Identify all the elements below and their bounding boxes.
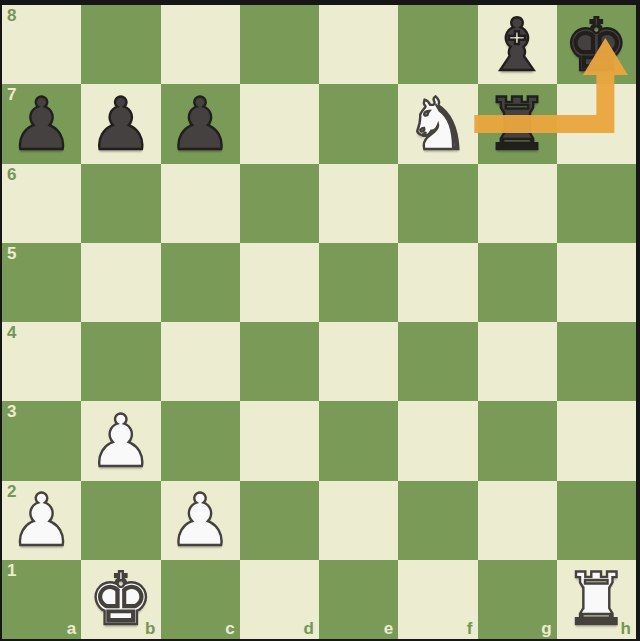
- square-h4[interactable]: [557, 322, 636, 401]
- square-b2[interactable]: [81, 481, 160, 560]
- rank-label-8: 8: [7, 7, 16, 24]
- square-d2[interactable]: [240, 481, 319, 560]
- square-e4[interactable]: [319, 322, 398, 401]
- square-c8[interactable]: [161, 5, 240, 84]
- square-g8[interactable]: ♝: [478, 5, 557, 84]
- square-g6[interactable]: [478, 164, 557, 243]
- white-pawn[interactable]: ♟: [81, 401, 160, 480]
- square-e7[interactable]: [319, 84, 398, 163]
- square-d5[interactable]: [240, 243, 319, 322]
- square-f2[interactable]: [398, 481, 477, 560]
- square-h8[interactable]: ♚: [557, 5, 636, 84]
- square-c5[interactable]: [161, 243, 240, 322]
- black-king[interactable]: ♚: [557, 5, 636, 84]
- square-c1[interactable]: c: [161, 560, 240, 639]
- white-knight[interactable]: ♞: [398, 84, 477, 163]
- square-g5[interactable]: [478, 243, 557, 322]
- file-label-f: f: [467, 620, 473, 637]
- file-label-e: e: [384, 620, 393, 637]
- black-pawn[interactable]: ♟: [2, 84, 81, 163]
- square-b8[interactable]: [81, 5, 160, 84]
- rank-label-4: 4: [7, 324, 16, 341]
- white-pawn[interactable]: ♟: [161, 481, 240, 560]
- square-c6[interactable]: [161, 164, 240, 243]
- rank-label-5: 5: [7, 245, 16, 262]
- white-rook[interactable]: ♜: [557, 560, 636, 639]
- square-b5[interactable]: [81, 243, 160, 322]
- square-a6[interactable]: 6: [2, 164, 81, 243]
- square-d7[interactable]: [240, 84, 319, 163]
- square-g1[interactable]: g: [478, 560, 557, 639]
- square-f8[interactable]: [398, 5, 477, 84]
- square-e1[interactable]: e: [319, 560, 398, 639]
- square-a2[interactable]: 2♟: [2, 481, 81, 560]
- square-d8[interactable]: [240, 5, 319, 84]
- square-a4[interactable]: 4: [2, 322, 81, 401]
- square-e6[interactable]: [319, 164, 398, 243]
- square-b1[interactable]: b♚: [81, 560, 160, 639]
- square-f1[interactable]: f: [398, 560, 477, 639]
- square-b6[interactable]: [81, 164, 160, 243]
- square-h2[interactable]: [557, 481, 636, 560]
- square-f4[interactable]: [398, 322, 477, 401]
- file-label-a: a: [67, 620, 76, 637]
- white-pawn[interactable]: ♟: [2, 481, 81, 560]
- square-g2[interactable]: [478, 481, 557, 560]
- square-e8[interactable]: [319, 5, 398, 84]
- square-a3[interactable]: 3: [2, 401, 81, 480]
- square-b4[interactable]: [81, 322, 160, 401]
- square-h3[interactable]: [557, 401, 636, 480]
- square-f6[interactable]: [398, 164, 477, 243]
- black-rook[interactable]: ♜: [478, 84, 557, 163]
- square-d4[interactable]: [240, 322, 319, 401]
- square-b7[interactable]: ♟: [81, 84, 160, 163]
- square-f5[interactable]: [398, 243, 477, 322]
- square-f7[interactable]: ♞: [398, 84, 477, 163]
- square-g4[interactable]: [478, 322, 557, 401]
- file-label-d: d: [304, 620, 314, 637]
- square-d6[interactable]: [240, 164, 319, 243]
- black-pawn[interactable]: ♟: [161, 84, 240, 163]
- rank-label-6: 6: [7, 166, 16, 183]
- rank-label-1: 1: [7, 562, 16, 579]
- square-e3[interactable]: [319, 401, 398, 480]
- white-king[interactable]: ♚: [81, 560, 160, 639]
- square-h7[interactable]: [557, 84, 636, 163]
- square-a5[interactable]: 5: [2, 243, 81, 322]
- black-pawn[interactable]: ♟: [81, 84, 160, 163]
- square-c4[interactable]: [161, 322, 240, 401]
- rank-label-3: 3: [7, 403, 16, 420]
- square-d3[interactable]: [240, 401, 319, 480]
- square-a7[interactable]: 7♟: [2, 84, 81, 163]
- square-g3[interactable]: [478, 401, 557, 480]
- square-e5[interactable]: [319, 243, 398, 322]
- square-c3[interactable]: [161, 401, 240, 480]
- square-e2[interactable]: [319, 481, 398, 560]
- square-c2[interactable]: ♟: [161, 481, 240, 560]
- square-a1[interactable]: 1a: [2, 560, 81, 639]
- chess-app-window: 8♝♚7♟♟♟♞♜6543♟2♟♟1ab♚cdefgh♜: [0, 0, 640, 641]
- file-label-c: c: [225, 620, 234, 637]
- square-a8[interactable]: 8: [2, 5, 81, 84]
- square-h5[interactable]: [557, 243, 636, 322]
- square-d1[interactable]: d: [240, 560, 319, 639]
- square-c7[interactable]: ♟: [161, 84, 240, 163]
- square-h6[interactable]: [557, 164, 636, 243]
- square-b3[interactable]: ♟: [81, 401, 160, 480]
- chess-board: 8♝♚7♟♟♟♞♜6543♟2♟♟1ab♚cdefgh♜: [2, 5, 636, 639]
- square-h1[interactable]: h♜: [557, 560, 636, 639]
- black-bishop[interactable]: ♝: [478, 5, 557, 84]
- file-label-g: g: [541, 620, 551, 637]
- square-g7[interactable]: ♜: [478, 84, 557, 163]
- square-f3[interactable]: [398, 401, 477, 480]
